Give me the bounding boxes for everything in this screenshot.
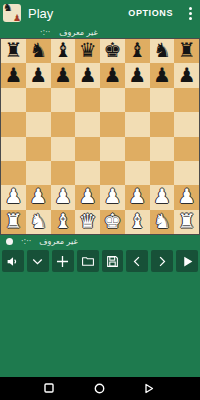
square-b3[interactable] — [26, 161, 51, 185]
square-h8[interactable]: ♜ — [174, 39, 199, 63]
square-b1[interactable]: ♞ — [26, 210, 51, 234]
white-knight-piece: ♞ — [153, 211, 171, 231]
square-d1[interactable]: ♛ — [75, 210, 100, 234]
white-pawn-piece: ♟ — [29, 186, 47, 206]
square-h5[interactable] — [174, 112, 199, 136]
chevron-right-icon — [156, 255, 168, 268]
square-c6[interactable] — [51, 88, 76, 112]
white-pawn-piece: ♟ — [4, 186, 22, 206]
android-nav-bar — [0, 377, 200, 400]
opponent-info-row: ·:·· غير معروف — [0, 26, 200, 38]
black-pawn-piece: ♟ — [178, 65, 196, 85]
white-rook-piece: ♜ — [4, 211, 22, 231]
square-g2[interactable]: ♟ — [150, 185, 175, 209]
square-a7[interactable]: ♟ — [1, 63, 26, 87]
white-pawn-piece: ♟ — [178, 186, 196, 206]
square-d6[interactable] — [75, 88, 100, 112]
options-menu-button[interactable]: OPTIONS — [128, 8, 173, 18]
square-h6[interactable] — [174, 88, 199, 112]
black-pawn-piece: ♟ — [54, 65, 72, 85]
square-h4[interactable] — [174, 137, 199, 161]
white-pawn-piece: ♟ — [153, 186, 171, 206]
open-file-button[interactable] — [77, 250, 99, 272]
player-info-row: ·:·· غير معروف — [0, 235, 200, 248]
square-b5[interactable] — [26, 112, 51, 136]
square-a4[interactable] — [1, 137, 26, 161]
square-f7[interactable]: ♟ — [125, 63, 150, 87]
square-h2[interactable]: ♟ — [174, 185, 199, 209]
square-b6[interactable] — [26, 88, 51, 112]
white-bishop-piece: ♝ — [54, 211, 72, 231]
black-knight-piece: ♞ — [29, 40, 47, 60]
white-rook-piece: ♜ — [178, 211, 196, 231]
game-toolbar — [0, 248, 200, 274]
square-f4[interactable] — [125, 137, 150, 161]
chevron-down-icon — [31, 255, 44, 268]
turn-indicator-dot — [6, 238, 13, 245]
square-a8[interactable]: ♜ — [1, 39, 26, 63]
new-game-button[interactable] — [52, 250, 74, 272]
black-bishop-piece: ♝ — [128, 40, 146, 60]
square-h7[interactable]: ♟ — [174, 63, 199, 87]
square-d5[interactable] — [75, 112, 100, 136]
square-d7[interactable]: ♟ — [75, 63, 100, 87]
square-e7[interactable]: ♟ — [100, 63, 125, 87]
save-button[interactable] — [102, 250, 124, 272]
white-pawn-piece: ♟ — [103, 186, 121, 206]
chess-app-screen: ♞ ♟ Play OPTIONS ·:·· غير معروف ♜♞♝♛♚♝♞♜… — [0, 0, 200, 400]
square-g6[interactable] — [150, 88, 175, 112]
square-h1[interactable]: ♜ — [174, 210, 199, 234]
square-h3[interactable] — [174, 161, 199, 185]
square-d8[interactable]: ♛ — [75, 39, 100, 63]
square-g1[interactable]: ♞ — [150, 210, 175, 234]
square-c2[interactable]: ♟ — [51, 185, 76, 209]
square-f5[interactable] — [125, 112, 150, 136]
volume-button[interactable] — [2, 250, 24, 272]
black-knight-piece: ♞ — [153, 40, 171, 60]
square-f1[interactable]: ♝ — [125, 210, 150, 234]
page-title: Play — [28, 6, 53, 21]
square-d3[interactable] — [75, 161, 100, 185]
square-a3[interactable] — [1, 161, 26, 185]
white-queen-piece: ♛ — [79, 211, 97, 231]
black-pawn-piece: ♟ — [79, 65, 97, 85]
back-button[interactable] — [144, 383, 154, 394]
square-g5[interactable] — [150, 112, 175, 136]
square-e6[interactable] — [100, 88, 125, 112]
square-g7[interactable]: ♟ — [150, 63, 175, 87]
floppy-disk-icon — [106, 255, 119, 268]
square-g4[interactable] — [150, 137, 175, 161]
square-e1[interactable]: ♚ — [100, 210, 125, 234]
square-e3[interactable] — [100, 161, 125, 185]
black-queen-piece: ♛ — [79, 40, 97, 60]
play-icon — [181, 255, 194, 268]
black-pawn-piece: ♟ — [4, 65, 22, 85]
speaker-icon — [6, 255, 19, 268]
black-pawn-piece: ♟ — [103, 65, 121, 85]
folder-open-icon — [81, 255, 95, 268]
white-pawn-piece: ♟ — [79, 186, 97, 206]
square-b2[interactable]: ♟ — [26, 185, 51, 209]
white-pawn-piece: ♟ — [54, 186, 72, 206]
recents-button[interactable] — [44, 383, 54, 393]
black-bishop-piece: ♝ — [54, 40, 72, 60]
square-c8[interactable]: ♝ — [51, 39, 76, 63]
white-knight-piece: ♞ — [29, 211, 47, 231]
square-e4[interactable] — [100, 137, 125, 161]
back-move-button[interactable] — [126, 250, 148, 272]
player-name: غير معروف — [39, 237, 77, 246]
chevron-left-icon — [131, 255, 143, 268]
square-f3[interactable] — [125, 161, 150, 185]
overflow-menu-icon[interactable] — [187, 4, 194, 23]
opponent-clock: ·:·· — [40, 28, 50, 37]
forward-move-button[interactable] — [151, 250, 173, 272]
square-e5[interactable] — [100, 112, 125, 136]
square-d4[interactable] — [75, 137, 100, 161]
square-b8[interactable]: ♞ — [26, 39, 51, 63]
white-king-piece: ♚ — [103, 211, 121, 231]
black-pawn-piece: ♟ — [29, 65, 47, 85]
square-c3[interactable] — [51, 161, 76, 185]
square-c7[interactable]: ♟ — [51, 63, 76, 87]
chess-board[interactable]: ♜♞♝♛♚♝♞♜♟♟♟♟♟♟♟♟♟♟♟♟♟♟♟♟♜♞♝♛♚♝♞♜ — [0, 38, 200, 235]
square-d2[interactable]: ♟ — [75, 185, 100, 209]
play-button[interactable] — [176, 250, 198, 272]
square-g8[interactable]: ♞ — [150, 39, 175, 63]
collapse-button[interactable] — [27, 250, 49, 272]
black-king-piece: ♚ — [103, 40, 121, 60]
white-bishop-piece: ♝ — [128, 211, 146, 231]
app-bar: ♞ ♟ Play OPTIONS — [0, 0, 200, 26]
player-clock: ·:·· — [21, 237, 31, 246]
square-g3[interactable] — [150, 161, 175, 185]
square-a1[interactable]: ♜ — [1, 210, 26, 234]
black-rook-piece: ♜ — [4, 40, 22, 60]
square-c1[interactable]: ♝ — [51, 210, 76, 234]
opponent-name: غير معروف — [59, 28, 97, 37]
square-e2[interactable]: ♟ — [100, 185, 125, 209]
square-a2[interactable]: ♟ — [1, 185, 26, 209]
square-b4[interactable] — [26, 137, 51, 161]
plus-icon — [56, 255, 69, 268]
black-rook-piece: ♜ — [178, 40, 196, 60]
square-c5[interactable] — [51, 112, 76, 136]
home-button[interactable] — [94, 383, 105, 394]
square-f8[interactable]: ♝ — [125, 39, 150, 63]
black-pawn-piece: ♟ — [153, 65, 171, 85]
square-a5[interactable] — [1, 112, 26, 136]
square-b7[interactable]: ♟ — [26, 63, 51, 87]
chess-app-icon: ♞ ♟ — [3, 4, 21, 22]
square-f2[interactable]: ♟ — [125, 185, 150, 209]
black-pawn-piece: ♟ — [128, 65, 146, 85]
square-f6[interactable] — [125, 88, 150, 112]
white-pawn-piece: ♟ — [128, 186, 146, 206]
square-e8[interactable]: ♚ — [100, 39, 125, 63]
square-a6[interactable] — [1, 88, 26, 112]
square-c4[interactable] — [51, 137, 76, 161]
